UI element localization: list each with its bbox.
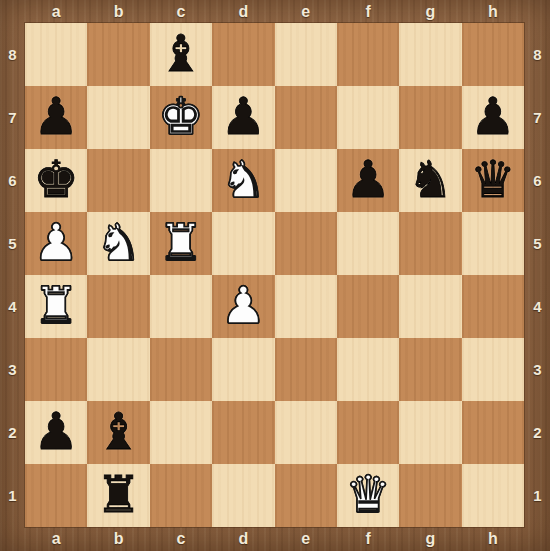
square-c8[interactable]: ♝ [150, 23, 212, 86]
rank-label-7: 7 [525, 86, 550, 149]
piece-black-pawn[interactable]: ♟ [470, 91, 516, 142]
piece-white-rook[interactable]: ♜ [158, 217, 204, 268]
file-labels-top: abcdefgh [25, 0, 524, 23]
square-b3[interactable] [87, 338, 149, 401]
square-f8[interactable] [337, 23, 399, 86]
square-d2[interactable] [212, 401, 274, 464]
square-f6[interactable]: ♟ [337, 149, 399, 212]
rank-label-1: 1 [0, 464, 25, 527]
board-grid: ♝♟♚♟♟♚♞♟♞♛♟♞♜♜♟♟♝♜♛ [25, 23, 524, 527]
piece-white-pawn[interactable]: ♟ [220, 280, 266, 331]
square-g6[interactable]: ♞ [399, 149, 461, 212]
square-d4[interactable]: ♟ [212, 275, 274, 338]
piece-black-pawn[interactable]: ♟ [33, 406, 79, 457]
piece-black-pawn[interactable]: ♟ [220, 91, 266, 142]
rank-label-8: 8 [525, 23, 550, 86]
rank-label-5: 5 [0, 212, 25, 275]
piece-white-pawn[interactable]: ♟ [33, 217, 79, 268]
piece-black-bishop[interactable]: ♝ [158, 28, 204, 79]
square-c2[interactable] [150, 401, 212, 464]
piece-white-knight[interactable]: ♞ [220, 154, 266, 205]
piece-black-king[interactable]: ♚ [33, 154, 79, 205]
square-d3[interactable] [212, 338, 274, 401]
square-e2[interactable] [275, 401, 337, 464]
square-c7[interactable]: ♚ [150, 86, 212, 149]
square-g3[interactable] [399, 338, 461, 401]
rank-label-2: 2 [525, 401, 550, 464]
square-b6[interactable] [87, 149, 149, 212]
square-f4[interactable] [337, 275, 399, 338]
square-f2[interactable] [337, 401, 399, 464]
square-c1[interactable] [150, 464, 212, 527]
square-b2[interactable]: ♝ [87, 401, 149, 464]
file-label-e: e [275, 0, 337, 23]
square-h1[interactable] [462, 464, 524, 527]
square-h3[interactable] [462, 338, 524, 401]
square-a3[interactable] [25, 338, 87, 401]
square-a4[interactable]: ♜ [25, 275, 87, 338]
file-label-g: g [399, 527, 461, 551]
file-label-d: d [212, 527, 274, 551]
square-a5[interactable]: ♟ [25, 212, 87, 275]
square-b4[interactable] [87, 275, 149, 338]
rank-label-2: 2 [0, 401, 25, 464]
square-h8[interactable] [462, 23, 524, 86]
square-h5[interactable] [462, 212, 524, 275]
square-d7[interactable]: ♟ [212, 86, 274, 149]
file-label-a: a [25, 0, 87, 23]
rank-label-7: 7 [0, 86, 25, 149]
piece-black-pawn[interactable]: ♟ [33, 91, 79, 142]
file-label-b: b [87, 527, 149, 551]
rank-label-5: 5 [525, 212, 550, 275]
piece-white-knight[interactable]: ♞ [96, 217, 142, 268]
square-c5[interactable]: ♜ [150, 212, 212, 275]
file-labels-bottom: abcdefgh [25, 527, 524, 551]
square-a7[interactable]: ♟ [25, 86, 87, 149]
rank-label-6: 6 [525, 149, 550, 212]
rank-label-4: 4 [0, 275, 25, 338]
file-label-f: f [337, 527, 399, 551]
square-e6[interactable] [275, 149, 337, 212]
piece-black-knight[interactable]: ♞ [408, 154, 454, 205]
rank-label-3: 3 [525, 338, 550, 401]
rank-label-3: 3 [0, 338, 25, 401]
square-f1[interactable]: ♛ [337, 464, 399, 527]
square-d1[interactable] [212, 464, 274, 527]
piece-white-queen[interactable]: ♛ [345, 469, 391, 520]
rank-labels-right: 87654321 [525, 23, 550, 527]
square-b7[interactable] [87, 86, 149, 149]
square-e1[interactable] [275, 464, 337, 527]
file-label-b: b [87, 0, 149, 23]
square-g2[interactable] [399, 401, 461, 464]
square-b1[interactable]: ♜ [87, 464, 149, 527]
square-g7[interactable] [399, 86, 461, 149]
file-label-a: a [25, 527, 87, 551]
rank-label-6: 6 [0, 149, 25, 212]
square-c3[interactable] [150, 338, 212, 401]
square-c4[interactable] [150, 275, 212, 338]
square-e4[interactable] [275, 275, 337, 338]
rank-label-4: 4 [525, 275, 550, 338]
square-e5[interactable] [275, 212, 337, 275]
square-a6[interactable]: ♚ [25, 149, 87, 212]
square-f5[interactable] [337, 212, 399, 275]
square-h6[interactable]: ♛ [462, 149, 524, 212]
square-e3[interactable] [275, 338, 337, 401]
square-b5[interactable]: ♞ [87, 212, 149, 275]
square-g5[interactable] [399, 212, 461, 275]
rank-label-1: 1 [525, 464, 550, 527]
piece-black-rook[interactable]: ♜ [96, 469, 142, 520]
file-label-f: f [337, 0, 399, 23]
file-label-h: h [462, 527, 524, 551]
square-g8[interactable] [399, 23, 461, 86]
rank-labels-left: 87654321 [0, 23, 25, 527]
square-f7[interactable] [337, 86, 399, 149]
piece-black-pawn[interactable]: ♟ [345, 154, 391, 205]
file-label-g: g [399, 0, 461, 23]
piece-white-king[interactable]: ♚ [158, 91, 204, 142]
file-label-c: c [150, 0, 212, 23]
square-a2[interactable]: ♟ [25, 401, 87, 464]
file-label-c: c [150, 527, 212, 551]
square-g4[interactable] [399, 275, 461, 338]
square-e7[interactable] [275, 86, 337, 149]
file-label-e: e [275, 527, 337, 551]
piece-white-rook[interactable]: ♜ [33, 280, 79, 331]
square-g1[interactable] [399, 464, 461, 527]
square-f3[interactable] [337, 338, 399, 401]
square-h2[interactable] [462, 401, 524, 464]
square-h4[interactable] [462, 275, 524, 338]
piece-black-bishop[interactable]: ♝ [96, 406, 142, 457]
piece-black-queen[interactable]: ♛ [470, 154, 516, 205]
square-c6[interactable] [150, 149, 212, 212]
file-label-d: d [212, 0, 274, 23]
square-h7[interactable]: ♟ [462, 86, 524, 149]
square-d5[interactable] [212, 212, 274, 275]
square-d8[interactable] [212, 23, 274, 86]
square-a8[interactable] [25, 23, 87, 86]
square-e8[interactable] [275, 23, 337, 86]
rank-label-8: 8 [0, 23, 25, 86]
square-a1[interactable] [25, 464, 87, 527]
file-label-h: h [462, 0, 524, 23]
chessboard: abcdefgh abcdefgh 87654321 87654321 ♝♟♚♟… [0, 0, 550, 551]
square-b8[interactable] [87, 23, 149, 86]
square-d6[interactable]: ♞ [212, 149, 274, 212]
